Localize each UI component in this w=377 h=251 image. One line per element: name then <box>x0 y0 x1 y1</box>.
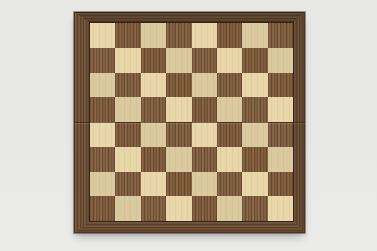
square-b1 <box>115 196 140 221</box>
square-h1 <box>268 196 293 221</box>
square-h5 <box>268 97 293 122</box>
square-h7 <box>268 48 293 73</box>
square-a2 <box>90 172 115 197</box>
square-g2 <box>242 172 267 197</box>
square-f1 <box>217 196 242 221</box>
frame-left-rail <box>74 12 90 233</box>
square-h4 <box>268 122 293 147</box>
square-a5 <box>90 97 115 122</box>
square-f6 <box>217 73 242 98</box>
chessboard-frame <box>74 12 305 233</box>
frame-top-rail <box>74 12 305 23</box>
square-d7 <box>166 48 191 73</box>
square-g8 <box>242 23 267 48</box>
square-f2 <box>217 172 242 197</box>
square-b6 <box>115 73 140 98</box>
chessboard <box>90 23 293 221</box>
square-b7 <box>115 48 140 73</box>
square-g4 <box>242 122 267 147</box>
frame-bottom-rail <box>74 221 305 233</box>
square-e4 <box>192 122 217 147</box>
square-f4 <box>217 122 242 147</box>
square-c2 <box>141 172 166 197</box>
square-h6 <box>268 73 293 98</box>
square-f7 <box>217 48 242 73</box>
square-e2 <box>192 172 217 197</box>
square-e8 <box>192 23 217 48</box>
square-b5 <box>115 97 140 122</box>
square-a8 <box>90 23 115 48</box>
square-f8 <box>217 23 242 48</box>
square-c3 <box>141 147 166 172</box>
square-c5 <box>141 97 166 122</box>
square-c6 <box>141 73 166 98</box>
square-d6 <box>166 73 191 98</box>
square-e5 <box>192 97 217 122</box>
square-f3 <box>217 147 242 172</box>
square-g5 <box>242 97 267 122</box>
square-h3 <box>268 147 293 172</box>
square-d5 <box>166 97 191 122</box>
square-a4 <box>90 122 115 147</box>
square-e1 <box>192 196 217 221</box>
photo-background <box>0 0 377 251</box>
square-d8 <box>166 23 191 48</box>
square-b3 <box>115 147 140 172</box>
square-e3 <box>192 147 217 172</box>
square-b8 <box>115 23 140 48</box>
square-d3 <box>166 147 191 172</box>
square-e6 <box>192 73 217 98</box>
frame-right-rail <box>293 12 305 233</box>
square-g7 <box>242 48 267 73</box>
square-h2 <box>268 172 293 197</box>
square-a7 <box>90 48 115 73</box>
square-c8 <box>141 23 166 48</box>
square-d2 <box>166 172 191 197</box>
square-a6 <box>90 73 115 98</box>
square-c4 <box>141 122 166 147</box>
square-a3 <box>90 147 115 172</box>
square-c1 <box>141 196 166 221</box>
square-g1 <box>242 196 267 221</box>
square-b2 <box>115 172 140 197</box>
square-g6 <box>242 73 267 98</box>
square-h8 <box>268 23 293 48</box>
square-d4 <box>166 122 191 147</box>
square-e7 <box>192 48 217 73</box>
square-c7 <box>141 48 166 73</box>
square-f5 <box>217 97 242 122</box>
square-b4 <box>115 122 140 147</box>
square-g3 <box>242 147 267 172</box>
square-d1 <box>166 196 191 221</box>
square-a1 <box>90 196 115 221</box>
